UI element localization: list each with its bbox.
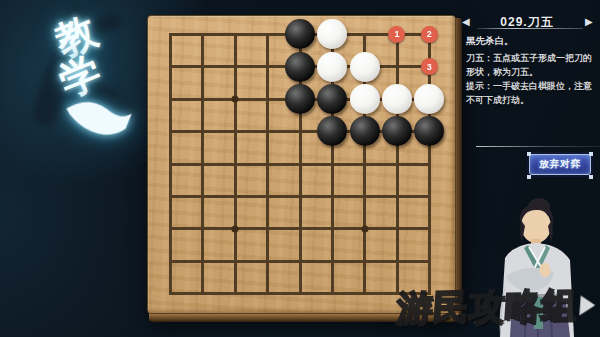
white-stone <box>317 52 347 82</box>
move-marker-3: 3 <box>421 58 438 75</box>
go-board[interactable]: 123 <box>147 15 462 322</box>
give-up-button[interactable]: 放弃对弈 <box>529 154 591 175</box>
lesson-description: 刀五：五点或五子形成一把刀的形状，称为刀五。 <box>466 51 600 79</box>
watermark-text: 游民攻略组 <box>395 286 578 329</box>
lesson-hint: 提示：一手破去白棋眼位，注意不可下成打劫。 <box>466 79 600 107</box>
lesson-objective: 黑先杀白。 <box>466 35 514 48</box>
black-stone <box>285 19 315 49</box>
black-stone <box>350 116 380 146</box>
white-stone <box>317 19 347 49</box>
move-marker-2: 2 <box>421 26 438 43</box>
prev-lesson-button[interactable]: ◀ <box>462 17 470 27</box>
go-tutorial-screen: 教 学 123 ◀ 029.刀五 ▶ 黑先杀白。 刀五：五点或五子形成一把刀的形… <box>0 0 600 337</box>
black-stone <box>317 116 347 146</box>
black-stone <box>317 84 347 114</box>
lesson-calligraphy: 教 学 <box>18 0 138 155</box>
black-stone <box>382 116 412 146</box>
brush-flourish-icon <box>61 89 139 147</box>
white-stone <box>350 84 380 114</box>
panel-divider <box>476 146 600 147</box>
black-stone <box>414 116 444 146</box>
npc-hand <box>540 263 551 277</box>
board-surface[interactable]: 123 <box>147 15 456 314</box>
watermark-arrow-icon <box>579 295 595 315</box>
black-stone <box>285 52 315 82</box>
npc-face <box>521 209 551 243</box>
black-stone <box>285 84 315 114</box>
white-stone <box>382 84 412 114</box>
next-lesson-button[interactable]: ▶ <box>585 17 593 27</box>
move-marker-1: 1 <box>388 26 405 43</box>
watermark: 游民攻略组 <box>395 285 596 328</box>
title-underline <box>477 28 583 29</box>
stone-layer: 123 <box>154 18 446 310</box>
white-stone <box>350 52 380 82</box>
white-stone <box>414 84 444 114</box>
